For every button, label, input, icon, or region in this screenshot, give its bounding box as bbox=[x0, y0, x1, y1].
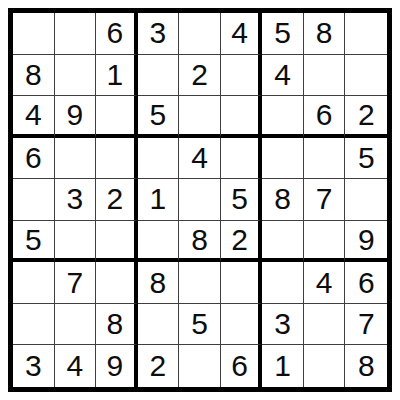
cell-r2c2[interactable] bbox=[55, 55, 97, 97]
cell-r9c2[interactable]: 4 bbox=[55, 345, 97, 387]
cell-r6c3[interactable] bbox=[96, 221, 138, 263]
cell-r1c6[interactable]: 4 bbox=[221, 13, 263, 55]
cell-r4c3[interactable] bbox=[96, 138, 138, 180]
cell-r8c8[interactable] bbox=[304, 304, 346, 346]
cell-r8c2[interactable] bbox=[55, 304, 97, 346]
cell-r1c1[interactable] bbox=[13, 13, 55, 55]
cell-r1c5[interactable] bbox=[179, 13, 221, 55]
cell-r8c4[interactable] bbox=[138, 304, 180, 346]
cell-r9c4[interactable]: 2 bbox=[138, 345, 180, 387]
cell-r6c6[interactable]: 2 bbox=[221, 221, 263, 263]
cell-r5c2[interactable]: 3 bbox=[55, 179, 97, 221]
cell-r1c9[interactable] bbox=[345, 13, 387, 55]
cell-r5c8[interactable]: 7 bbox=[304, 179, 346, 221]
cell-r8c1[interactable] bbox=[13, 304, 55, 346]
cell-r3c2[interactable]: 9 bbox=[55, 96, 97, 138]
cell-r3c5[interactable] bbox=[179, 96, 221, 138]
cell-r7c5[interactable] bbox=[179, 262, 221, 304]
cell-r8c9[interactable]: 7 bbox=[345, 304, 387, 346]
cell-r3c3[interactable] bbox=[96, 96, 138, 138]
cell-r2c5[interactable]: 2 bbox=[179, 55, 221, 97]
cell-r5c5[interactable] bbox=[179, 179, 221, 221]
cell-r5c1[interactable] bbox=[13, 179, 55, 221]
cell-r2c7[interactable]: 4 bbox=[262, 55, 304, 97]
cell-r4c9[interactable]: 5 bbox=[345, 138, 387, 180]
cell-r9c8[interactable] bbox=[304, 345, 346, 387]
cell-r3c7[interactable] bbox=[262, 96, 304, 138]
cell-r6c4[interactable] bbox=[138, 221, 180, 263]
cell-r4c6[interactable] bbox=[221, 138, 263, 180]
cell-r3c9[interactable]: 2 bbox=[345, 96, 387, 138]
cell-r7c9[interactable]: 6 bbox=[345, 262, 387, 304]
cell-r9c1[interactable]: 3 bbox=[13, 345, 55, 387]
cell-r6c2[interactable] bbox=[55, 221, 97, 263]
cell-r3c8[interactable]: 6 bbox=[304, 96, 346, 138]
cell-r7c6[interactable] bbox=[221, 262, 263, 304]
page-background: 6345881244956264532158758297846853734926… bbox=[0, 0, 400, 400]
cell-r9c6[interactable]: 6 bbox=[221, 345, 263, 387]
cell-r6c7[interactable] bbox=[262, 221, 304, 263]
cell-r4c7[interactable] bbox=[262, 138, 304, 180]
cell-r1c2[interactable] bbox=[55, 13, 97, 55]
cell-r7c1[interactable] bbox=[13, 262, 55, 304]
cell-r3c1[interactable]: 4 bbox=[13, 96, 55, 138]
cell-r2c6[interactable] bbox=[221, 55, 263, 97]
cell-r8c5[interactable]: 5 bbox=[179, 304, 221, 346]
cell-r8c6[interactable] bbox=[221, 304, 263, 346]
cell-r1c3[interactable]: 6 bbox=[96, 13, 138, 55]
cell-r5c6[interactable]: 5 bbox=[221, 179, 263, 221]
cell-r1c8[interactable]: 8 bbox=[304, 13, 346, 55]
cell-r9c7[interactable]: 1 bbox=[262, 345, 304, 387]
cell-r1c7[interactable]: 5 bbox=[262, 13, 304, 55]
cell-r6c9[interactable]: 9 bbox=[345, 221, 387, 263]
cell-r4c4[interactable] bbox=[138, 138, 180, 180]
cell-r4c5[interactable]: 4 bbox=[179, 138, 221, 180]
sudoku-board: 6345881244956264532158758297846853734926… bbox=[8, 8, 392, 392]
cell-r6c8[interactable] bbox=[304, 221, 346, 263]
cell-r7c7[interactable] bbox=[262, 262, 304, 304]
cell-r2c4[interactable] bbox=[138, 55, 180, 97]
cell-r7c2[interactable]: 7 bbox=[55, 262, 97, 304]
cell-r3c6[interactable] bbox=[221, 96, 263, 138]
cell-r7c4[interactable]: 8 bbox=[138, 262, 180, 304]
cell-r4c1[interactable]: 6 bbox=[13, 138, 55, 180]
cell-r5c9[interactable] bbox=[345, 179, 387, 221]
cell-r8c3[interactable]: 8 bbox=[96, 304, 138, 346]
cell-r5c4[interactable]: 1 bbox=[138, 179, 180, 221]
cell-r9c5[interactable] bbox=[179, 345, 221, 387]
cell-r5c7[interactable]: 8 bbox=[262, 179, 304, 221]
cell-r6c1[interactable]: 5 bbox=[13, 221, 55, 263]
cell-r8c7[interactable]: 3 bbox=[262, 304, 304, 346]
cell-r1c4[interactable]: 3 bbox=[138, 13, 180, 55]
cell-r9c9[interactable]: 8 bbox=[345, 345, 387, 387]
cell-r2c1[interactable]: 8 bbox=[13, 55, 55, 97]
cell-r9c3[interactable]: 9 bbox=[96, 345, 138, 387]
cell-r4c2[interactable] bbox=[55, 138, 97, 180]
cell-r7c8[interactable]: 4 bbox=[304, 262, 346, 304]
cell-r2c3[interactable]: 1 bbox=[96, 55, 138, 97]
cell-r3c4[interactable]: 5 bbox=[138, 96, 180, 138]
cell-r2c9[interactable] bbox=[345, 55, 387, 97]
cell-r7c3[interactable] bbox=[96, 262, 138, 304]
cell-r4c8[interactable] bbox=[304, 138, 346, 180]
cell-r5c3[interactable]: 2 bbox=[96, 179, 138, 221]
cell-r2c8[interactable] bbox=[304, 55, 346, 97]
cell-r6c5[interactable]: 8 bbox=[179, 221, 221, 263]
